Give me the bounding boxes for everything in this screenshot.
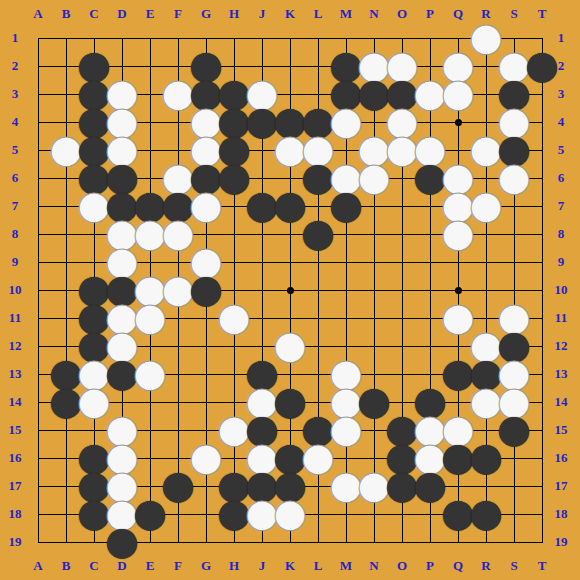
intersection-P6[interactable]: ● [416,164,444,192]
black-stone: ● [469,443,503,471]
intersection-P19[interactable] [416,528,444,556]
intersection-J18[interactable]: ● [248,500,276,528]
intersection-G14[interactable] [192,388,220,416]
intersection-H18[interactable]: ● [220,500,248,528]
col-label-bottom-S: S [500,558,528,574]
black-stone: ● [301,219,335,247]
col-label-top-P: P [416,6,444,22]
intersection-K14[interactable]: ● [276,388,304,416]
intersection-S6[interactable]: ● [500,164,528,192]
intersection-R18[interactable]: ● [472,500,500,528]
intersection-S8[interactable] [500,220,528,248]
intersection-N9[interactable] [360,248,388,276]
intersection-F1[interactable] [164,24,192,52]
row-label-left-16: 16 [1,450,29,466]
intersection-E18[interactable]: ● [136,500,164,528]
intersection-E5[interactable] [136,136,164,164]
intersection-Q18[interactable]: ● [444,500,472,528]
col-label-top-K: K [276,6,304,22]
intersection-S9[interactable] [500,248,528,276]
row-label-left-14: 14 [1,394,29,410]
intersection-N6[interactable]: ● [360,164,388,192]
intersection-K12[interactable]: ● [276,332,304,360]
intersection-R5[interactable]: ● [472,136,500,164]
intersection-D19[interactable]: ● [108,528,136,556]
intersection-O5[interactable]: ● [388,136,416,164]
col-label-bottom-K: K [276,558,304,574]
intersection-E3[interactable] [136,80,164,108]
intersection-L18[interactable] [304,500,332,528]
col-label-bottom-O: O [388,558,416,574]
intersection-H6[interactable]: ● [220,164,248,192]
col-label-bottom-J: J [248,558,276,574]
intersection-G18[interactable] [192,500,220,528]
intersection-L16[interactable]: ● [304,444,332,472]
intersection-R7[interactable]: ● [472,192,500,220]
row-label-right-7: 7 [547,198,575,214]
intersection-H9[interactable] [220,248,248,276]
intersection-K2[interactable] [276,52,304,80]
col-label-top-C: C [80,6,108,22]
intersection-L6[interactable]: ● [304,164,332,192]
black-stone: ● [469,499,503,527]
col-label-bottom-H: H [220,558,248,574]
col-label-top-F: F [164,6,192,22]
col-label-bottom-P: P [416,558,444,574]
col-label-bottom-A: A [24,558,52,574]
intersection-F14[interactable] [164,388,192,416]
intersection-B8[interactable] [52,220,80,248]
col-label-top-T: T [528,6,556,22]
intersection-G16[interactable]: ● [192,444,220,472]
intersection-B3[interactable] [52,80,80,108]
row-label-right-10: 10 [547,282,575,298]
col-label-bottom-D: D [108,558,136,574]
black-stone: ● [105,527,139,555]
intersection-K10[interactable] [276,276,304,304]
intersection-N3[interactable]: ● [360,80,388,108]
intersection-H8[interactable] [220,220,248,248]
row-label-right-17: 17 [547,478,575,494]
col-label-top-G: G [192,6,220,22]
intersection-C18[interactable]: ● [80,500,108,528]
intersection-L13[interactable] [304,360,332,388]
stones-layer: ●●●●●●●●●●●●●●●●●●●●●●●●●●●●●●●●●●●●●●●●… [24,24,556,556]
intersection-S17[interactable] [500,472,528,500]
intersection-K1[interactable] [276,24,304,52]
col-label-top-J: J [248,6,276,22]
intersection-M7[interactable]: ● [332,192,360,220]
intersection-F19[interactable] [164,528,192,556]
go-board: ●●●●●●●●●●●●●●●●●●●●●●●●●●●●●●●●●●●●●●●●… [0,0,580,580]
col-label-bottom-E: E [136,558,164,574]
intersection-B17[interactable] [52,472,80,500]
intersection-Q13[interactable]: ● [444,360,472,388]
intersection-E15[interactable] [136,416,164,444]
row-label-left-13: 13 [1,366,29,382]
intersection-S18[interactable] [500,500,528,528]
intersection-O11[interactable] [388,304,416,332]
intersection-F12[interactable] [164,332,192,360]
intersection-F17[interactable]: ● [164,472,192,500]
intersection-G13[interactable] [192,360,220,388]
col-label-top-B: B [52,6,80,22]
intersection-E2[interactable] [136,52,164,80]
intersection-L19[interactable] [304,528,332,556]
row-label-right-9: 9 [547,254,575,270]
intersection-B18[interactable] [52,500,80,528]
intersection-N12[interactable] [360,332,388,360]
intersection-O10[interactable] [388,276,416,304]
intersection-H15[interactable]: ● [220,416,248,444]
col-label-top-O: O [388,6,416,22]
col-label-top-R: R [472,6,500,22]
row-label-right-5: 5 [547,142,575,158]
row-label-right-8: 8 [547,226,575,242]
intersection-D1[interactable] [108,24,136,52]
intersection-G19[interactable] [192,528,220,556]
row-label-left-11: 11 [1,310,29,326]
intersection-N11[interactable] [360,304,388,332]
intersection-Q11[interactable]: ● [444,304,472,332]
col-label-top-S: S [500,6,528,22]
intersection-L2[interactable] [304,52,332,80]
intersection-L11[interactable] [304,304,332,332]
white-stone: ● [441,219,475,247]
row-label-left-12: 12 [1,338,29,354]
intersection-B19[interactable] [52,528,80,556]
intersection-K9[interactable] [276,248,304,276]
row-label-left-5: 5 [1,142,29,158]
intersection-P1[interactable] [416,24,444,52]
intersection-M4[interactable]: ● [332,108,360,136]
row-label-left-15: 15 [1,422,29,438]
intersection-F13[interactable] [164,360,192,388]
intersection-R10[interactable] [472,276,500,304]
intersection-L10[interactable] [304,276,332,304]
intersection-M17[interactable]: ● [332,472,360,500]
col-label-bottom-L: L [304,558,332,574]
intersection-J7[interactable]: ● [248,192,276,220]
intersection-P11[interactable] [416,304,444,332]
row-label-left-7: 7 [1,198,29,214]
intersection-P3[interactable]: ● [416,80,444,108]
intersection-R9[interactable] [472,248,500,276]
intersection-R3[interactable] [472,80,500,108]
intersection-F15[interactable] [164,416,192,444]
col-label-top-N: N [360,6,388,22]
col-label-bottom-C: C [80,558,108,574]
intersection-L1[interactable] [304,24,332,52]
intersection-P17[interactable]: ● [416,472,444,500]
intersection-B10[interactable] [52,276,80,304]
intersection-J1[interactable] [248,24,276,52]
intersection-H13[interactable] [220,360,248,388]
intersection-M19[interactable] [332,528,360,556]
intersection-M15[interactable]: ● [332,416,360,444]
intersection-M11[interactable] [332,304,360,332]
intersection-S15[interactable]: ● [500,416,528,444]
col-label-bottom-N: N [360,558,388,574]
col-label-top-D: D [108,6,136,22]
intersection-N14[interactable]: ● [360,388,388,416]
col-label-top-Q: Q [444,6,472,22]
intersection-B16[interactable] [52,444,80,472]
row-label-right-3: 3 [547,86,575,102]
intersection-O19[interactable] [388,528,416,556]
intersection-R16[interactable]: ● [472,444,500,472]
intersection-G10[interactable]: ● [192,276,220,304]
col-label-bottom-M: M [332,558,360,574]
intersection-L12[interactable] [304,332,332,360]
white-stone: ● [441,79,475,107]
row-label-left-3: 3 [1,86,29,102]
col-label-bottom-G: G [192,558,220,574]
row-label-right-19: 19 [547,534,575,550]
intersection-B5[interactable]: ● [52,136,80,164]
row-label-left-18: 18 [1,506,29,522]
intersection-F10[interactable]: ● [164,276,192,304]
intersection-H1[interactable] [220,24,248,52]
white-stone: ● [273,499,307,527]
intersection-N17[interactable]: ● [360,472,388,500]
intersection-E11[interactable]: ● [136,304,164,332]
col-label-top-A: A [24,6,52,22]
intersection-N10[interactable] [360,276,388,304]
row-label-right-13: 13 [547,366,575,382]
intersection-G12[interactable] [192,332,220,360]
row-label-right-4: 4 [547,114,575,130]
row-label-right-15: 15 [547,422,575,438]
intersection-F3[interactable]: ● [164,80,192,108]
row-label-right-2: 2 [547,58,575,74]
col-label-bottom-B: B [52,558,80,574]
intersection-H11[interactable]: ● [220,304,248,332]
intersection-K18[interactable]: ● [276,500,304,528]
col-label-bottom-Q: Q [444,558,472,574]
intersection-E4[interactable] [136,108,164,136]
intersection-P10[interactable] [416,276,444,304]
intersection-K5[interactable]: ● [276,136,304,164]
intersection-E8[interactable]: ● [136,220,164,248]
intersection-B1[interactable] [52,24,80,52]
row-label-left-8: 8 [1,226,29,242]
intersection-B14[interactable]: ● [52,388,80,416]
intersection-O9[interactable] [388,248,416,276]
intersection-J9[interactable] [248,248,276,276]
intersection-D13[interactable]: ● [108,360,136,388]
col-label-bottom-R: R [472,558,500,574]
intersection-O7[interactable] [388,192,416,220]
col-label-bottom-F: F [164,558,192,574]
row-label-left-6: 6 [1,170,29,186]
intersection-M9[interactable] [332,248,360,276]
row-label-left-10: 10 [1,282,29,298]
intersection-O13[interactable] [388,360,416,388]
col-label-bottom-T: T [528,558,556,574]
white-stone: ● [217,303,251,331]
intersection-E13[interactable]: ● [136,360,164,388]
intersection-J10[interactable] [248,276,276,304]
intersection-B9[interactable] [52,248,80,276]
row-label-left-2: 2 [1,58,29,74]
row-label-right-18: 18 [547,506,575,522]
intersection-B2[interactable] [52,52,80,80]
intersection-Q16[interactable]: ● [444,444,472,472]
intersection-N8[interactable] [360,220,388,248]
intersection-B7[interactable] [52,192,80,220]
row-label-right-16: 16 [547,450,575,466]
row-label-right-12: 12 [547,338,575,354]
intersection-J4[interactable]: ● [248,108,276,136]
row-label-right-6: 6 [547,170,575,186]
row-label-right-11: 11 [547,310,575,326]
intersection-O8[interactable] [388,220,416,248]
intersection-M10[interactable] [332,276,360,304]
intersection-P8[interactable] [416,220,444,248]
intersection-B11[interactable] [52,304,80,332]
row-label-left-9: 9 [1,254,29,270]
row-label-right-1: 1 [547,30,575,46]
intersection-O17[interactable]: ● [388,472,416,500]
intersection-L8[interactable]: ● [304,220,332,248]
white-stone: ● [133,359,167,387]
intersection-R14[interactable]: ● [472,388,500,416]
col-label-top-H: H [220,6,248,22]
intersection-G7[interactable]: ● [192,192,220,220]
intersection-E1[interactable] [136,24,164,52]
row-label-right-14: 14 [547,394,575,410]
intersection-C14[interactable]: ● [80,388,108,416]
intersection-Q3[interactable]: ● [444,80,472,108]
intersection-C7[interactable]: ● [80,192,108,220]
col-label-top-M: M [332,6,360,22]
intersection-K7[interactable]: ● [276,192,304,220]
intersection-E16[interactable] [136,444,164,472]
col-label-top-L: L [304,6,332,22]
intersection-Q8[interactable]: ● [444,220,472,248]
intersection-J11[interactable] [248,304,276,332]
row-label-left-17: 17 [1,478,29,494]
intersection-P9[interactable] [416,248,444,276]
intersection-N19[interactable] [360,528,388,556]
intersection-R1[interactable]: ● [472,24,500,52]
row-label-left-19: 19 [1,534,29,550]
row-label-left-4: 4 [1,114,29,130]
intersection-S19[interactable] [500,528,528,556]
intersection-O12[interactable] [388,332,416,360]
row-label-left-1: 1 [1,30,29,46]
intersection-P12[interactable] [416,332,444,360]
intersection-F8[interactable]: ● [164,220,192,248]
col-label-top-E: E [136,6,164,22]
